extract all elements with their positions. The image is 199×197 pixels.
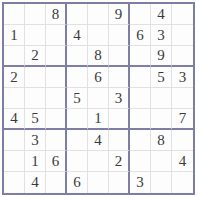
sudoku-board-wrapper: 894146328926535345173481624463 (0, 0, 199, 195)
cell-r1c7[interactable] (130, 4, 151, 25)
cell-r8c3[interactable]: 6 (46, 151, 67, 172)
cell-r9c2[interactable]: 4 (25, 172, 46, 193)
cell-r4c4[interactable] (67, 67, 88, 88)
cell-r9c5[interactable] (88, 172, 109, 193)
cell-r2c6[interactable] (109, 25, 130, 46)
cell-r6c9[interactable]: 7 (172, 109, 193, 130)
cell-r2c8[interactable]: 3 (151, 25, 172, 46)
cell-r3c4[interactable] (67, 46, 88, 67)
cell-r6c6[interactable] (109, 109, 130, 130)
cell-r2c2[interactable] (25, 25, 46, 46)
cell-r4c5[interactable]: 6 (88, 67, 109, 88)
cell-r7c5[interactable]: 4 (88, 130, 109, 151)
cell-r3c2[interactable]: 2 (25, 46, 46, 67)
cell-r7c1[interactable] (4, 130, 25, 151)
cell-r8c8[interactable] (151, 151, 172, 172)
cell-r3c9[interactable] (172, 46, 193, 67)
cell-r8c1[interactable] (4, 151, 25, 172)
cell-r5c1[interactable] (4, 88, 25, 109)
cell-r5c3[interactable] (46, 88, 67, 109)
cell-r1c4[interactable] (67, 4, 88, 25)
cell-r7c6[interactable] (109, 130, 130, 151)
cell-r7c8[interactable]: 8 (151, 130, 172, 151)
cell-r5c8[interactable] (151, 88, 172, 109)
cell-r4c7[interactable] (130, 67, 151, 88)
cell-r5c4[interactable]: 5 (67, 88, 88, 109)
cell-r9c1[interactable] (4, 172, 25, 193)
cell-r7c4[interactable] (67, 130, 88, 151)
cell-r7c7[interactable] (130, 130, 151, 151)
cell-r3c8[interactable]: 9 (151, 46, 172, 67)
cell-r2c4[interactable]: 4 (67, 25, 88, 46)
cell-r7c3[interactable] (46, 130, 67, 151)
cell-r3c3[interactable] (46, 46, 67, 67)
cell-r7c2[interactable]: 3 (25, 130, 46, 151)
cell-r9c7[interactable]: 3 (130, 172, 151, 193)
cell-r6c4[interactable] (67, 109, 88, 130)
cell-r5c9[interactable] (172, 88, 193, 109)
cell-r1c6[interactable]: 9 (109, 4, 130, 25)
cell-r1c3[interactable]: 8 (46, 4, 67, 25)
cell-r4c2[interactable] (25, 67, 46, 88)
cell-r5c7[interactable] (130, 88, 151, 109)
cell-r3c5[interactable]: 8 (88, 46, 109, 67)
cell-r6c1[interactable]: 4 (4, 109, 25, 130)
cell-r6c8[interactable] (151, 109, 172, 130)
cell-r7c9[interactable] (172, 130, 193, 151)
cell-r6c3[interactable] (46, 109, 67, 130)
cell-r4c8[interactable]: 5 (151, 67, 172, 88)
cell-r4c6[interactable] (109, 67, 130, 88)
cell-r4c3[interactable] (46, 67, 67, 88)
cell-r2c5[interactable] (88, 25, 109, 46)
cell-r8c9[interactable]: 4 (172, 151, 193, 172)
cell-r2c7[interactable]: 6 (130, 25, 151, 46)
cell-r8c4[interactable] (67, 151, 88, 172)
cell-r1c1[interactable] (4, 4, 25, 25)
cell-r8c6[interactable]: 2 (109, 151, 130, 172)
cell-r4c9[interactable]: 3 (172, 67, 193, 88)
cell-r6c5[interactable]: 1 (88, 109, 109, 130)
cell-r9c4[interactable]: 6 (67, 172, 88, 193)
cell-r5c6[interactable]: 3 (109, 88, 130, 109)
cell-r8c2[interactable]: 1 (25, 151, 46, 172)
cell-r2c1[interactable]: 1 (4, 25, 25, 46)
cell-r5c2[interactable] (25, 88, 46, 109)
cell-r9c6[interactable] (109, 172, 130, 193)
cell-r1c9[interactable] (172, 4, 193, 25)
cell-r3c6[interactable] (109, 46, 130, 67)
sudoku-board: 894146328926535345173481624463 (2, 2, 195, 195)
cell-r6c7[interactable] (130, 109, 151, 130)
cell-r8c7[interactable] (130, 151, 151, 172)
cell-r3c7[interactable] (130, 46, 151, 67)
cell-r9c8[interactable] (151, 172, 172, 193)
cell-r9c9[interactable] (172, 172, 193, 193)
cell-r5c5[interactable] (88, 88, 109, 109)
cell-r3c1[interactable] (4, 46, 25, 67)
cell-r1c8[interactable]: 4 (151, 4, 172, 25)
cell-r2c3[interactable] (46, 25, 67, 46)
cell-r4c1[interactable]: 2 (4, 67, 25, 88)
cell-r1c2[interactable] (25, 4, 46, 25)
cell-r9c3[interactable] (46, 172, 67, 193)
cell-r6c2[interactable]: 5 (25, 109, 46, 130)
cell-r1c5[interactable] (88, 4, 109, 25)
cell-r2c9[interactable] (172, 25, 193, 46)
cell-r8c5[interactable] (88, 151, 109, 172)
